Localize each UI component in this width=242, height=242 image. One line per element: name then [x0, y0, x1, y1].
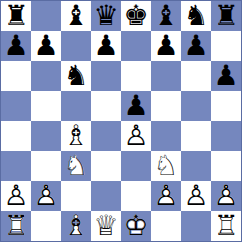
- square-g2[interactable]: ♟♙: [181, 181, 211, 211]
- piece-white-knight[interactable]: ♞♘: [151, 151, 181, 181]
- square-b4[interactable]: [31, 121, 61, 151]
- square-b5[interactable]: [31, 91, 61, 121]
- square-h6[interactable]: ♟: [211, 61, 241, 91]
- piece-white-pawn[interactable]: ♟♙: [151, 181, 181, 211]
- piece-black-knight[interactable]: ♞: [181, 1, 211, 31]
- piece-white-bishop[interactable]: ♝♗: [61, 121, 91, 151]
- square-c6[interactable]: ♞: [61, 61, 91, 91]
- piece-white-pawn[interactable]: ♟♙: [211, 181, 241, 211]
- square-d2[interactable]: [91, 181, 121, 211]
- square-g8[interactable]: ♞: [181, 1, 211, 31]
- piece-white-rook[interactable]: ♜♖: [1, 211, 31, 241]
- square-g6[interactable]: [181, 61, 211, 91]
- square-e3[interactable]: [121, 151, 151, 181]
- piece-white-pawn[interactable]: ♟♙: [121, 121, 151, 151]
- square-f7[interactable]: ♟: [151, 31, 181, 61]
- piece-white-pawn[interactable]: ♟♙: [181, 181, 211, 211]
- square-h7[interactable]: [211, 31, 241, 61]
- square-e8[interactable]: ♚: [121, 1, 151, 31]
- piece-white-queen[interactable]: ♛♕: [91, 211, 121, 241]
- piece-black-pawn[interactable]: ♟: [211, 61, 241, 91]
- piece-black-pawn[interactable]: ♟: [1, 31, 31, 61]
- square-d7[interactable]: ♟: [91, 31, 121, 61]
- square-f3[interactable]: ♞♘: [151, 151, 181, 181]
- square-h1[interactable]: ♜♖: [211, 211, 241, 241]
- square-a5[interactable]: [1, 91, 31, 121]
- square-a3[interactable]: [1, 151, 31, 181]
- square-d3[interactable]: [91, 151, 121, 181]
- piece-white-knight[interactable]: ♞♘: [61, 151, 91, 181]
- piece-black-rook[interactable]: ♜: [1, 1, 31, 31]
- piece-black-queen[interactable]: ♛: [91, 1, 121, 31]
- piece-black-pawn[interactable]: ♟: [181, 31, 211, 61]
- square-e6[interactable]: [121, 61, 151, 91]
- square-a1[interactable]: ♜♖: [1, 211, 31, 241]
- square-b7[interactable]: ♟: [31, 31, 61, 61]
- square-g5[interactable]: [181, 91, 211, 121]
- square-g3[interactable]: [181, 151, 211, 181]
- square-a7[interactable]: ♟: [1, 31, 31, 61]
- square-d1[interactable]: ♛♕: [91, 211, 121, 241]
- square-f2[interactable]: ♟♙: [151, 181, 181, 211]
- square-d5[interactable]: [91, 91, 121, 121]
- square-e1[interactable]: ♚♔: [121, 211, 151, 241]
- piece-white-king[interactable]: ♚♔: [121, 211, 151, 241]
- piece-white-pawn[interactable]: ♟♙: [31, 181, 61, 211]
- square-f8[interactable]: ♝: [151, 1, 181, 31]
- piece-white-rook[interactable]: ♜♖: [211, 211, 241, 241]
- piece-black-pawn[interactable]: ♟: [91, 31, 121, 61]
- square-h8[interactable]: ♜: [211, 1, 241, 31]
- square-c4[interactable]: ♝♗: [61, 121, 91, 151]
- square-f4[interactable]: [151, 121, 181, 151]
- piece-black-knight[interactable]: ♞: [61, 61, 91, 91]
- square-c1[interactable]: ♝♗: [61, 211, 91, 241]
- square-f1[interactable]: [151, 211, 181, 241]
- square-b3[interactable]: [31, 151, 61, 181]
- chess-board: ♜♝♛♚♝♞♜♟♟♟♟♟♞♟♟♝♗♟♙♞♘♞♘♟♙♟♙♟♙♟♙♟♙♜♖♝♗♛♕♚…: [0, 0, 242, 242]
- square-h2[interactable]: ♟♙: [211, 181, 241, 211]
- square-c5[interactable]: [61, 91, 91, 121]
- square-a6[interactable]: [1, 61, 31, 91]
- square-c3[interactable]: ♞♘: [61, 151, 91, 181]
- square-e5[interactable]: ♟: [121, 91, 151, 121]
- piece-white-pawn[interactable]: ♟♙: [1, 181, 31, 211]
- square-d8[interactable]: ♛: [91, 1, 121, 31]
- piece-black-pawn[interactable]: ♟: [31, 31, 61, 61]
- square-c2[interactable]: [61, 181, 91, 211]
- piece-black-king[interactable]: ♚: [121, 1, 151, 31]
- square-h5[interactable]: [211, 91, 241, 121]
- square-e4[interactable]: ♟♙: [121, 121, 151, 151]
- piece-black-pawn[interactable]: ♟: [121, 91, 151, 121]
- square-a4[interactable]: [1, 121, 31, 151]
- square-g1[interactable]: [181, 211, 211, 241]
- square-d4[interactable]: [91, 121, 121, 151]
- square-g4[interactable]: [181, 121, 211, 151]
- square-c7[interactable]: [61, 31, 91, 61]
- square-e2[interactable]: [121, 181, 151, 211]
- piece-black-rook[interactable]: ♜: [211, 1, 241, 31]
- square-e7[interactable]: [121, 31, 151, 61]
- piece-black-bishop[interactable]: ♝: [61, 1, 91, 31]
- square-c8[interactable]: ♝: [61, 1, 91, 31]
- square-b1[interactable]: [31, 211, 61, 241]
- square-a2[interactable]: ♟♙: [1, 181, 31, 211]
- square-g7[interactable]: ♟: [181, 31, 211, 61]
- square-b2[interactable]: ♟♙: [31, 181, 61, 211]
- piece-black-pawn[interactable]: ♟: [151, 31, 181, 61]
- square-b6[interactable]: [31, 61, 61, 91]
- square-d6[interactable]: [91, 61, 121, 91]
- square-b8[interactable]: [31, 1, 61, 31]
- square-f6[interactable]: [151, 61, 181, 91]
- piece-black-bishop[interactable]: ♝: [151, 1, 181, 31]
- square-h4[interactable]: [211, 121, 241, 151]
- square-h3[interactable]: [211, 151, 241, 181]
- piece-white-bishop[interactable]: ♝♗: [61, 211, 91, 241]
- square-a8[interactable]: ♜: [1, 1, 31, 31]
- square-f5[interactable]: [151, 91, 181, 121]
